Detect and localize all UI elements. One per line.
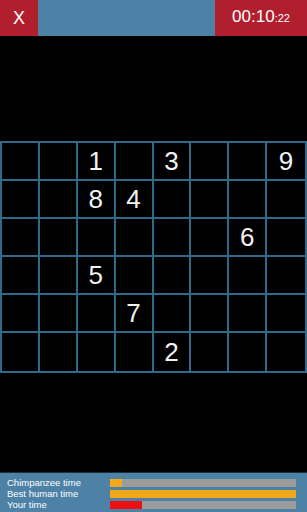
sudoku-cell-r2c1[interactable] [2, 181, 40, 219]
stat-label: Chimpanzee time [0, 478, 110, 488]
sudoku-cell-r1c3[interactable]: 1 [78, 143, 116, 181]
sudoku-cell-r3c2[interactable] [40, 219, 78, 257]
sudoku-cell-r6c6[interactable] [191, 333, 229, 371]
sudoku-cell-r3c7[interactable]: 6 [229, 219, 267, 257]
stat-label: Best human time [0, 489, 110, 499]
sudoku-cell-r5c5[interactable] [154, 295, 192, 333]
stat-row-2: Your time [0, 500, 307, 511]
sudoku-cell-r4c2[interactable] [40, 257, 78, 295]
stat-label: Your time [0, 500, 110, 510]
sudoku-cell-r5c8[interactable] [267, 295, 305, 333]
sudoku-cell-r6c8[interactable] [267, 333, 305, 371]
sudoku-cell-r5c1[interactable] [2, 295, 40, 333]
sudoku-cell-r6c2[interactable] [40, 333, 78, 371]
sudoku-cell-r2c2[interactable] [40, 181, 78, 219]
stat-bar-track [110, 490, 296, 498]
sudoku-cell-r1c7[interactable] [229, 143, 267, 181]
sudoku-cell-r4c6[interactable] [191, 257, 229, 295]
stat-bar-track [110, 501, 296, 509]
sudoku-cell-r5c4[interactable]: 7 [116, 295, 154, 333]
time-comparison-panel: Chimpanzee timeBest human timeYour time [0, 472, 307, 512]
stat-row-1: Best human time [0, 488, 307, 499]
sudoku-cell-r3c6[interactable] [191, 219, 229, 257]
sudoku-cell-r4c5[interactable] [154, 257, 192, 295]
sudoku-cell-r3c3[interactable] [78, 219, 116, 257]
sudoku-cell-r6c7[interactable] [229, 333, 267, 371]
close-button[interactable]: X [0, 0, 38, 36]
timer-display: 00:10:22 [215, 0, 307, 36]
sudoku-cell-r1c8[interactable]: 9 [267, 143, 305, 181]
sudoku-cell-r5c6[interactable] [191, 295, 229, 333]
sudoku-cell-r1c2[interactable] [40, 143, 78, 181]
sudoku-cell-r1c5[interactable]: 3 [154, 143, 192, 181]
sudoku-cell-r3c4[interactable] [116, 219, 154, 257]
sudoku-app-screen: X 00:10:22 139846572 Chimpanzee timeBest… [0, 0, 307, 512]
sudoku-cell-r3c1[interactable] [2, 219, 40, 257]
sudoku-cell-r2c3[interactable]: 8 [78, 181, 116, 219]
sudoku-cell-r6c5[interactable]: 2 [154, 333, 192, 371]
sudoku-cell-r4c4[interactable] [116, 257, 154, 295]
timer-minutes-seconds: 00:10 [232, 8, 275, 25]
top-bar-spacer [38, 0, 215, 36]
sudoku-cell-r6c1[interactable] [2, 333, 40, 371]
top-bar: X 00:10:22 [0, 0, 307, 36]
sudoku-cell-r4c8[interactable] [267, 257, 305, 295]
sudoku-cell-r3c8[interactable] [267, 219, 305, 257]
sudoku-cell-r2c8[interactable] [267, 181, 305, 219]
sudoku-cell-r4c3[interactable]: 5 [78, 257, 116, 295]
sudoku-cell-r2c7[interactable] [229, 181, 267, 219]
stat-bar-fill [110, 490, 296, 498]
sudoku-cell-r1c4[interactable] [116, 143, 154, 181]
sudoku-cell-r1c1[interactable] [2, 143, 40, 181]
sudoku-cell-r6c4[interactable] [116, 333, 154, 371]
sudoku-cell-r6c3[interactable] [78, 333, 116, 371]
sudoku-cell-r1c6[interactable] [191, 143, 229, 181]
stat-bar-fill [110, 479, 122, 487]
sudoku-cell-r2c5[interactable] [154, 181, 192, 219]
sudoku-cell-r4c7[interactable] [229, 257, 267, 295]
sudoku-board: 139846572 [0, 141, 307, 373]
timer-subseconds: :22 [275, 13, 290, 24]
stat-row-0: Chimpanzee time [0, 477, 307, 488]
stat-bar-track [110, 479, 296, 487]
sudoku-cell-r3c5[interactable] [154, 219, 192, 257]
sudoku-cell-r5c2[interactable] [40, 295, 78, 333]
sudoku-cell-r4c1[interactable] [2, 257, 40, 295]
stat-bar-fill [110, 501, 142, 509]
sudoku-cell-r5c7[interactable] [229, 295, 267, 333]
sudoku-cell-r2c6[interactable] [191, 181, 229, 219]
sudoku-cell-r5c3[interactable] [78, 295, 116, 333]
sudoku-cell-r2c4[interactable]: 4 [116, 181, 154, 219]
